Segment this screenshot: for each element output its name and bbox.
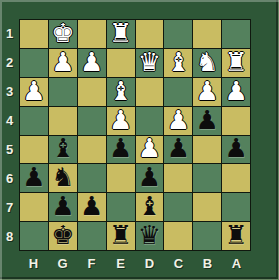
square-b7[interactable] [193, 193, 221, 221]
file-label-f: F [77, 250, 106, 276]
square-a1[interactable] [222, 20, 250, 48]
square-f1[interactable] [78, 20, 106, 48]
black-bishop-icon[interactable]: ♝ [51, 136, 74, 162]
square-f6[interactable] [78, 164, 106, 192]
square-g1[interactable]: ♚ [49, 20, 77, 48]
square-e6[interactable] [107, 164, 135, 192]
file-label-g: G [48, 250, 77, 276]
chess-board-window: 12345678 ♚♜♟♟♛♝♞♜♟♝♟♟♟♟♟♝♟♟♟♟♟♞♟♟♟♝♚♜♛♜ … [0, 0, 279, 280]
square-e2[interactable] [107, 49, 135, 77]
white-rook-icon[interactable]: ♜ [109, 20, 132, 46]
square-f4[interactable] [78, 107, 106, 135]
square-c1[interactable] [164, 20, 192, 48]
square-a6[interactable] [222, 164, 250, 192]
black-rook-icon[interactable]: ♜ [109, 222, 132, 248]
square-b3[interactable]: ♟ [193, 78, 221, 106]
square-b5[interactable] [193, 136, 221, 164]
square-c5[interactable]: ♟ [164, 136, 192, 164]
square-b8[interactable] [193, 222, 221, 250]
square-f7[interactable]: ♟ [78, 193, 106, 221]
square-d7[interactable]: ♝ [136, 193, 164, 221]
square-d3[interactable] [136, 78, 164, 106]
rank-label-3: 3 [0, 77, 19, 106]
white-pawn-icon[interactable]: ♟ [196, 78, 219, 104]
chess-board: ♚♜♟♟♛♝♞♜♟♝♟♟♟♟♟♝♟♟♟♟♟♞♟♟♟♝♚♜♛♜ [19, 19, 251, 251]
black-knight-icon[interactable]: ♞ [51, 164, 74, 190]
white-king-icon[interactable]: ♚ [51, 20, 74, 46]
square-d4[interactable] [136, 107, 164, 135]
rank-label-7: 7 [0, 193, 19, 222]
white-queen-icon[interactable]: ♛ [138, 49, 161, 75]
square-g3[interactable] [49, 78, 77, 106]
rank-label-2: 2 [0, 48, 19, 77]
white-bishop-icon[interactable]: ♝ [167, 49, 190, 75]
square-b6[interactable] [193, 164, 221, 192]
white-knight-icon[interactable]: ♞ [196, 49, 219, 75]
square-a2[interactable]: ♜ [222, 49, 250, 77]
square-a4[interactable] [222, 107, 250, 135]
square-a5[interactable]: ♟ [222, 136, 250, 164]
rank-label-8: 8 [0, 222, 19, 251]
white-pawn-icon[interactable]: ♟ [80, 49, 103, 75]
square-b1[interactable] [193, 20, 221, 48]
square-e1[interactable]: ♜ [107, 20, 135, 48]
white-pawn-icon[interactable]: ♟ [109, 107, 132, 133]
square-d8[interactable]: ♛ [136, 222, 164, 250]
white-pawn-icon[interactable]: ♟ [51, 49, 74, 75]
square-c7[interactable] [164, 193, 192, 221]
black-pawn-icon[interactable]: ♟ [109, 136, 132, 162]
square-d6[interactable]: ♟ [136, 164, 164, 192]
square-g2[interactable]: ♟ [49, 49, 77, 77]
rank-label-4: 4 [0, 106, 19, 135]
square-e3[interactable]: ♝ [107, 78, 135, 106]
file-label-d: D [135, 250, 164, 276]
black-rook-icon[interactable]: ♜ [224, 222, 247, 248]
file-label-h: H [19, 250, 48, 276]
square-g8[interactable]: ♚ [49, 222, 77, 250]
rank-label-5: 5 [0, 135, 19, 164]
square-d5[interactable]: ♟ [136, 136, 164, 164]
white-rook-icon[interactable]: ♜ [224, 49, 247, 75]
file-label-a: A [222, 250, 251, 276]
white-bishop-icon[interactable]: ♝ [109, 78, 132, 104]
rank-label-1: 1 [0, 19, 19, 48]
square-b2[interactable]: ♞ [193, 49, 221, 77]
black-bishop-icon[interactable]: ♝ [138, 193, 161, 219]
square-f2[interactable]: ♟ [78, 49, 106, 77]
square-h3[interactable]: ♟ [20, 78, 48, 106]
square-a8[interactable]: ♜ [222, 222, 250, 250]
square-h4[interactable] [20, 107, 48, 135]
square-b4[interactable]: ♟ [193, 107, 221, 135]
white-pawn-icon[interactable]: ♟ [224, 78, 247, 104]
square-c4[interactable]: ♟ [164, 107, 192, 135]
square-c8[interactable] [164, 222, 192, 250]
square-d2[interactable]: ♛ [136, 49, 164, 77]
white-pawn-icon[interactable]: ♟ [138, 136, 161, 162]
square-h6[interactable]: ♟ [20, 164, 48, 192]
square-f8[interactable] [78, 222, 106, 250]
square-c6[interactable] [164, 164, 192, 192]
square-c3[interactable] [164, 78, 192, 106]
black-king-icon[interactable]: ♚ [51, 222, 74, 248]
file-labels: HGFEDCBA [19, 250, 251, 276]
square-f3[interactable] [78, 78, 106, 106]
square-f5[interactable] [78, 136, 106, 164]
square-h7[interactable] [20, 193, 48, 221]
black-pawn-icon[interactable]: ♟ [22, 164, 45, 190]
square-g4[interactable] [49, 107, 77, 135]
square-h2[interactable] [20, 49, 48, 77]
file-label-b: B [193, 250, 222, 276]
black-pawn-icon[interactable]: ♟ [167, 136, 190, 162]
square-g5[interactable]: ♝ [49, 136, 77, 164]
square-h5[interactable] [20, 136, 48, 164]
square-h1[interactable] [20, 20, 48, 48]
square-e5[interactable]: ♟ [107, 136, 135, 164]
rank-label-6: 6 [0, 164, 19, 193]
white-pawn-icon[interactable]: ♟ [167, 107, 190, 133]
file-label-c: C [164, 250, 193, 276]
square-g7[interactable]: ♟ [49, 193, 77, 221]
file-label-e: E [106, 250, 135, 276]
square-h8[interactable] [20, 222, 48, 250]
square-e7[interactable] [107, 193, 135, 221]
black-pawn-icon[interactable]: ♟ [196, 107, 219, 133]
square-e8[interactable]: ♜ [107, 222, 135, 250]
square-d1[interactable] [136, 20, 164, 48]
square-a7[interactable] [222, 193, 250, 221]
rank-labels: 12345678 [0, 19, 19, 251]
black-pawn-icon[interactable]: ♟ [80, 193, 103, 219]
black-pawn-icon[interactable]: ♟ [224, 136, 247, 162]
white-pawn-icon[interactable]: ♟ [22, 78, 45, 104]
square-e4[interactable]: ♟ [107, 107, 135, 135]
black-pawn-icon[interactable]: ♟ [51, 193, 74, 219]
black-queen-icon[interactable]: ♛ [138, 222, 161, 248]
square-g6[interactable]: ♞ [49, 164, 77, 192]
square-a3[interactable]: ♟ [222, 78, 250, 106]
black-pawn-icon[interactable]: ♟ [138, 164, 161, 190]
square-c2[interactable]: ♝ [164, 49, 192, 77]
